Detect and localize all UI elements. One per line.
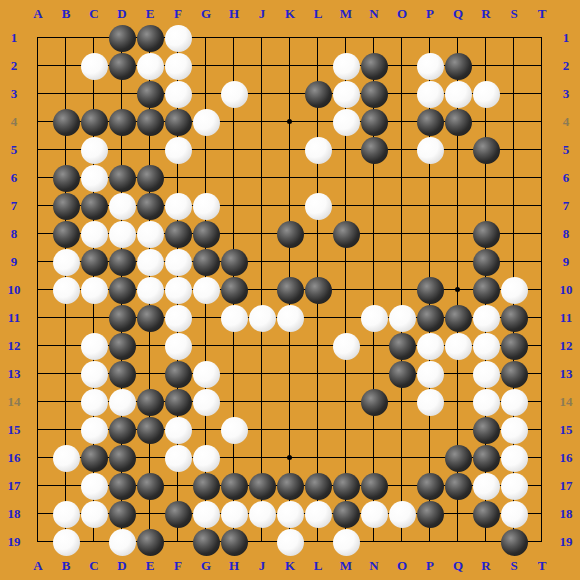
intersection-R7[interactable] (472, 192, 500, 220)
intersection-A17[interactable] (24, 472, 52, 500)
intersection-R6[interactable] (472, 164, 500, 192)
intersection-C16[interactable] (80, 444, 108, 472)
intersection-B5[interactable] (52, 136, 80, 164)
intersection-P4[interactable] (416, 108, 444, 136)
intersection-M7[interactable] (332, 192, 360, 220)
intersection-R3[interactable] (472, 80, 500, 108)
intersection-K2[interactable] (276, 52, 304, 80)
intersection-N9[interactable] (360, 248, 388, 276)
intersection-H9[interactable] (220, 248, 248, 276)
intersection-O18[interactable] (388, 500, 416, 528)
intersection-Q4[interactable] (444, 108, 472, 136)
intersection-B15[interactable] (52, 416, 80, 444)
intersection-F8[interactable] (164, 220, 192, 248)
intersection-N18[interactable] (360, 500, 388, 528)
intersection-A6[interactable] (24, 164, 52, 192)
intersection-T14[interactable] (528, 388, 556, 416)
intersection-H18[interactable] (220, 500, 248, 528)
intersection-J3[interactable] (248, 80, 276, 108)
intersection-B6[interactable] (52, 164, 80, 192)
intersection-H5[interactable] (220, 136, 248, 164)
intersection-P19[interactable] (416, 528, 444, 556)
intersection-L12[interactable] (304, 332, 332, 360)
intersection-O5[interactable] (388, 136, 416, 164)
intersection-E6[interactable] (136, 164, 164, 192)
intersection-O2[interactable] (388, 52, 416, 80)
intersection-J11[interactable] (248, 304, 276, 332)
intersection-F13[interactable] (164, 360, 192, 388)
intersection-M12[interactable] (332, 332, 360, 360)
intersection-G10[interactable] (192, 276, 220, 304)
intersection-S18[interactable] (500, 500, 528, 528)
intersection-N8[interactable] (360, 220, 388, 248)
intersection-K16[interactable] (276, 444, 304, 472)
intersection-B14[interactable] (52, 388, 80, 416)
intersection-M17[interactable] (332, 472, 360, 500)
intersection-B3[interactable] (52, 80, 80, 108)
intersection-F15[interactable] (164, 416, 192, 444)
intersection-B13[interactable] (52, 360, 80, 388)
intersection-D2[interactable] (108, 52, 136, 80)
intersection-L16[interactable] (304, 444, 332, 472)
intersection-Q8[interactable] (444, 220, 472, 248)
intersection-A8[interactable] (24, 220, 52, 248)
intersection-E19[interactable] (136, 528, 164, 556)
intersection-B10[interactable] (52, 276, 80, 304)
intersection-O13[interactable] (388, 360, 416, 388)
intersection-J6[interactable] (248, 164, 276, 192)
intersection-C8[interactable] (80, 220, 108, 248)
intersection-A19[interactable] (24, 528, 52, 556)
intersection-J10[interactable] (248, 276, 276, 304)
intersection-D9[interactable] (108, 248, 136, 276)
intersection-J4[interactable] (248, 108, 276, 136)
intersection-Q1[interactable] (444, 24, 472, 52)
intersection-B17[interactable] (52, 472, 80, 500)
intersection-Q17[interactable] (444, 472, 472, 500)
intersection-Q12[interactable] (444, 332, 472, 360)
intersection-D4[interactable] (108, 108, 136, 136)
intersection-F4[interactable] (164, 108, 192, 136)
intersection-G17[interactable] (192, 472, 220, 500)
intersection-A10[interactable] (24, 276, 52, 304)
intersection-D14[interactable] (108, 388, 136, 416)
intersection-S7[interactable] (500, 192, 528, 220)
intersection-J14[interactable] (248, 388, 276, 416)
intersection-N7[interactable] (360, 192, 388, 220)
intersection-T6[interactable] (528, 164, 556, 192)
intersection-M18[interactable] (332, 500, 360, 528)
intersection-T13[interactable] (528, 360, 556, 388)
intersection-O9[interactable] (388, 248, 416, 276)
intersection-E17[interactable] (136, 472, 164, 500)
intersection-E9[interactable] (136, 248, 164, 276)
intersection-S1[interactable] (500, 24, 528, 52)
intersection-H8[interactable] (220, 220, 248, 248)
intersection-F17[interactable] (164, 472, 192, 500)
intersection-K19[interactable] (276, 528, 304, 556)
intersection-O12[interactable] (388, 332, 416, 360)
intersection-R15[interactable] (472, 416, 500, 444)
intersection-B16[interactable] (52, 444, 80, 472)
intersection-T10[interactable] (528, 276, 556, 304)
intersection-F14[interactable] (164, 388, 192, 416)
intersection-P10[interactable] (416, 276, 444, 304)
intersection-L5[interactable] (304, 136, 332, 164)
intersection-P1[interactable] (416, 24, 444, 52)
intersection-B4[interactable] (52, 108, 80, 136)
intersection-G12[interactable] (192, 332, 220, 360)
intersection-Q7[interactable] (444, 192, 472, 220)
intersection-H4[interactable] (220, 108, 248, 136)
intersection-A15[interactable] (24, 416, 52, 444)
intersection-F3[interactable] (164, 80, 192, 108)
intersection-M13[interactable] (332, 360, 360, 388)
intersection-L8[interactable] (304, 220, 332, 248)
intersection-J13[interactable] (248, 360, 276, 388)
intersection-L4[interactable] (304, 108, 332, 136)
intersection-Q5[interactable] (444, 136, 472, 164)
intersection-S3[interactable] (500, 80, 528, 108)
intersection-P16[interactable] (416, 444, 444, 472)
intersection-E3[interactable] (136, 80, 164, 108)
intersection-O10[interactable] (388, 276, 416, 304)
intersection-H10[interactable] (220, 276, 248, 304)
intersection-Q15[interactable] (444, 416, 472, 444)
intersection-Q9[interactable] (444, 248, 472, 276)
intersection-B12[interactable] (52, 332, 80, 360)
intersection-Q2[interactable] (444, 52, 472, 80)
intersection-T1[interactable] (528, 24, 556, 52)
intersection-G1[interactable] (192, 24, 220, 52)
intersection-N5[interactable] (360, 136, 388, 164)
intersection-K14[interactable] (276, 388, 304, 416)
intersection-E7[interactable] (136, 192, 164, 220)
intersection-C17[interactable] (80, 472, 108, 500)
intersection-D16[interactable] (108, 444, 136, 472)
intersection-H6[interactable] (220, 164, 248, 192)
intersection-G7[interactable] (192, 192, 220, 220)
intersection-N11[interactable] (360, 304, 388, 332)
intersection-F5[interactable] (164, 136, 192, 164)
intersection-G11[interactable] (192, 304, 220, 332)
intersection-F12[interactable] (164, 332, 192, 360)
intersection-L13[interactable] (304, 360, 332, 388)
intersection-T18[interactable] (528, 500, 556, 528)
intersection-Q19[interactable] (444, 528, 472, 556)
intersection-L3[interactable] (304, 80, 332, 108)
intersection-C10[interactable] (80, 276, 108, 304)
intersection-B7[interactable] (52, 192, 80, 220)
intersection-R17[interactable] (472, 472, 500, 500)
intersection-D15[interactable] (108, 416, 136, 444)
intersection-O7[interactable] (388, 192, 416, 220)
intersection-H13[interactable] (220, 360, 248, 388)
intersection-T15[interactable] (528, 416, 556, 444)
intersection-E18[interactable] (136, 500, 164, 528)
intersection-A5[interactable] (24, 136, 52, 164)
intersection-C5[interactable] (80, 136, 108, 164)
intersection-P15[interactable] (416, 416, 444, 444)
intersection-F9[interactable] (164, 248, 192, 276)
intersection-S15[interactable] (500, 416, 528, 444)
intersection-M8[interactable] (332, 220, 360, 248)
intersection-S14[interactable] (500, 388, 528, 416)
intersection-F1[interactable] (164, 24, 192, 52)
intersection-T8[interactable] (528, 220, 556, 248)
intersection-A18[interactable] (24, 500, 52, 528)
intersection-J8[interactable] (248, 220, 276, 248)
intersection-G14[interactable] (192, 388, 220, 416)
intersection-F11[interactable] (164, 304, 192, 332)
intersection-O4[interactable] (388, 108, 416, 136)
intersection-N3[interactable] (360, 80, 388, 108)
intersection-S13[interactable] (500, 360, 528, 388)
intersection-E13[interactable] (136, 360, 164, 388)
intersection-O8[interactable] (388, 220, 416, 248)
intersection-T4[interactable] (528, 108, 556, 136)
intersection-H16[interactable] (220, 444, 248, 472)
intersection-J9[interactable] (248, 248, 276, 276)
intersection-H19[interactable] (220, 528, 248, 556)
intersection-A11[interactable] (24, 304, 52, 332)
intersection-F19[interactable] (164, 528, 192, 556)
intersection-C7[interactable] (80, 192, 108, 220)
intersection-S16[interactable] (500, 444, 528, 472)
intersection-J1[interactable] (248, 24, 276, 52)
intersection-P18[interactable] (416, 500, 444, 528)
intersection-P5[interactable] (416, 136, 444, 164)
intersection-G8[interactable] (192, 220, 220, 248)
intersection-H12[interactable] (220, 332, 248, 360)
intersection-F10[interactable] (164, 276, 192, 304)
intersection-D1[interactable] (108, 24, 136, 52)
intersection-K12[interactable] (276, 332, 304, 360)
intersection-L15[interactable] (304, 416, 332, 444)
intersection-K18[interactable] (276, 500, 304, 528)
intersection-B9[interactable] (52, 248, 80, 276)
intersection-C15[interactable] (80, 416, 108, 444)
intersection-K15[interactable] (276, 416, 304, 444)
intersection-F7[interactable] (164, 192, 192, 220)
intersection-B11[interactable] (52, 304, 80, 332)
intersection-L6[interactable] (304, 164, 332, 192)
intersection-C3[interactable] (80, 80, 108, 108)
intersection-M11[interactable] (332, 304, 360, 332)
intersection-Q14[interactable] (444, 388, 472, 416)
intersection-H14[interactable] (220, 388, 248, 416)
intersection-K7[interactable] (276, 192, 304, 220)
intersection-C6[interactable] (80, 164, 108, 192)
intersection-G6[interactable] (192, 164, 220, 192)
intersection-K17[interactable] (276, 472, 304, 500)
intersection-T12[interactable] (528, 332, 556, 360)
intersection-H17[interactable] (220, 472, 248, 500)
intersection-N6[interactable] (360, 164, 388, 192)
intersection-N2[interactable] (360, 52, 388, 80)
intersection-D18[interactable] (108, 500, 136, 528)
intersection-P7[interactable] (416, 192, 444, 220)
intersection-C2[interactable] (80, 52, 108, 80)
intersection-E10[interactable] (136, 276, 164, 304)
intersection-L7[interactable] (304, 192, 332, 220)
intersection-C11[interactable] (80, 304, 108, 332)
intersection-J17[interactable] (248, 472, 276, 500)
intersection-O6[interactable] (388, 164, 416, 192)
intersection-M15[interactable] (332, 416, 360, 444)
intersection-N4[interactable] (360, 108, 388, 136)
intersection-R12[interactable] (472, 332, 500, 360)
intersection-M10[interactable] (332, 276, 360, 304)
intersection-K1[interactable] (276, 24, 304, 52)
intersection-E2[interactable] (136, 52, 164, 80)
intersection-J18[interactable] (248, 500, 276, 528)
intersection-L10[interactable] (304, 276, 332, 304)
intersection-Q18[interactable] (444, 500, 472, 528)
intersection-J19[interactable] (248, 528, 276, 556)
intersection-T5[interactable] (528, 136, 556, 164)
intersection-P9[interactable] (416, 248, 444, 276)
intersection-K9[interactable] (276, 248, 304, 276)
intersection-P2[interactable] (416, 52, 444, 80)
intersection-C1[interactable] (80, 24, 108, 52)
intersection-K13[interactable] (276, 360, 304, 388)
intersection-D8[interactable] (108, 220, 136, 248)
intersection-T3[interactable] (528, 80, 556, 108)
intersection-P11[interactable] (416, 304, 444, 332)
intersection-K11[interactable] (276, 304, 304, 332)
intersection-E8[interactable] (136, 220, 164, 248)
intersection-D7[interactable] (108, 192, 136, 220)
intersection-L18[interactable] (304, 500, 332, 528)
intersection-C14[interactable] (80, 388, 108, 416)
intersection-R18[interactable] (472, 500, 500, 528)
intersection-E15[interactable] (136, 416, 164, 444)
intersection-S2[interactable] (500, 52, 528, 80)
intersection-D6[interactable] (108, 164, 136, 192)
intersection-R9[interactable] (472, 248, 500, 276)
intersection-N15[interactable] (360, 416, 388, 444)
intersection-O17[interactable] (388, 472, 416, 500)
intersection-Q13[interactable] (444, 360, 472, 388)
intersection-P12[interactable] (416, 332, 444, 360)
intersection-O3[interactable] (388, 80, 416, 108)
intersection-L2[interactable] (304, 52, 332, 80)
intersection-J15[interactable] (248, 416, 276, 444)
intersection-P14[interactable] (416, 388, 444, 416)
intersection-G9[interactable] (192, 248, 220, 276)
intersection-N1[interactable] (360, 24, 388, 52)
intersection-S17[interactable] (500, 472, 528, 500)
intersection-T7[interactable] (528, 192, 556, 220)
intersection-M9[interactable] (332, 248, 360, 276)
intersection-Q10[interactable] (444, 276, 472, 304)
intersection-J12[interactable] (248, 332, 276, 360)
intersection-A14[interactable] (24, 388, 52, 416)
intersection-F6[interactable] (164, 164, 192, 192)
intersection-A2[interactable] (24, 52, 52, 80)
intersection-D19[interactable] (108, 528, 136, 556)
intersection-N16[interactable] (360, 444, 388, 472)
intersection-O1[interactable] (388, 24, 416, 52)
intersection-A7[interactable] (24, 192, 52, 220)
intersection-L19[interactable] (304, 528, 332, 556)
intersection-G5[interactable] (192, 136, 220, 164)
intersection-S19[interactable] (500, 528, 528, 556)
intersection-M6[interactable] (332, 164, 360, 192)
intersection-G16[interactable] (192, 444, 220, 472)
intersection-H3[interactable] (220, 80, 248, 108)
intersection-B19[interactable] (52, 528, 80, 556)
intersection-B8[interactable] (52, 220, 80, 248)
intersection-N13[interactable] (360, 360, 388, 388)
intersection-M14[interactable] (332, 388, 360, 416)
intersection-R19[interactable] (472, 528, 500, 556)
intersection-J16[interactable] (248, 444, 276, 472)
intersection-G18[interactable] (192, 500, 220, 528)
intersection-F18[interactable] (164, 500, 192, 528)
intersection-E14[interactable] (136, 388, 164, 416)
intersection-M3[interactable] (332, 80, 360, 108)
intersection-M19[interactable] (332, 528, 360, 556)
intersection-D5[interactable] (108, 136, 136, 164)
intersection-E4[interactable] (136, 108, 164, 136)
intersection-Q16[interactable] (444, 444, 472, 472)
intersection-D12[interactable] (108, 332, 136, 360)
intersection-S8[interactable] (500, 220, 528, 248)
intersection-S12[interactable] (500, 332, 528, 360)
intersection-G13[interactable] (192, 360, 220, 388)
intersection-G3[interactable] (192, 80, 220, 108)
intersection-N17[interactable] (360, 472, 388, 500)
intersection-S4[interactable] (500, 108, 528, 136)
intersection-A12[interactable] (24, 332, 52, 360)
intersection-C13[interactable] (80, 360, 108, 388)
intersection-N19[interactable] (360, 528, 388, 556)
intersection-O19[interactable] (388, 528, 416, 556)
intersection-A16[interactable] (24, 444, 52, 472)
intersection-R8[interactable] (472, 220, 500, 248)
intersection-H1[interactable] (220, 24, 248, 52)
intersection-A3[interactable] (24, 80, 52, 108)
intersection-T9[interactable] (528, 248, 556, 276)
intersection-B1[interactable] (52, 24, 80, 52)
intersection-O14[interactable] (388, 388, 416, 416)
intersection-T2[interactable] (528, 52, 556, 80)
intersection-C4[interactable] (80, 108, 108, 136)
intersection-K6[interactable] (276, 164, 304, 192)
intersection-R1[interactable] (472, 24, 500, 52)
intersection-M16[interactable] (332, 444, 360, 472)
intersection-E12[interactable] (136, 332, 164, 360)
intersection-B18[interactable] (52, 500, 80, 528)
intersection-R13[interactable] (472, 360, 500, 388)
intersection-K10[interactable] (276, 276, 304, 304)
intersection-L1[interactable] (304, 24, 332, 52)
intersection-B2[interactable] (52, 52, 80, 80)
intersection-A4[interactable] (24, 108, 52, 136)
intersection-R14[interactable] (472, 388, 500, 416)
intersection-P8[interactable] (416, 220, 444, 248)
intersection-T16[interactable] (528, 444, 556, 472)
intersection-D11[interactable] (108, 304, 136, 332)
intersection-Q11[interactable] (444, 304, 472, 332)
intersection-T11[interactable] (528, 304, 556, 332)
intersection-D10[interactable] (108, 276, 136, 304)
intersection-L14[interactable] (304, 388, 332, 416)
intersection-M1[interactable] (332, 24, 360, 52)
intersection-H15[interactable] (220, 416, 248, 444)
